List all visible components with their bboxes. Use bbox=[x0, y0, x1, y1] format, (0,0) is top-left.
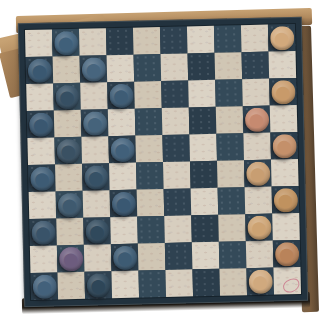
square-b2[interactable] bbox=[53, 56, 81, 84]
navy-man-glyph: ● bbox=[90, 273, 106, 297]
square-c5[interactable] bbox=[81, 136, 109, 164]
navy-man-glyph: ● bbox=[89, 219, 105, 243]
wood-man-glyph: ● bbox=[275, 80, 291, 104]
navy-man-glyph: ● bbox=[36, 274, 52, 298]
square-f7[interactable] bbox=[164, 188, 192, 216]
piece-navy-a10[interactable]: ● bbox=[32, 274, 57, 299]
piece-navy-a8[interactable]: ● bbox=[31, 220, 56, 245]
square-a1[interactable] bbox=[25, 29, 53, 57]
square-c4[interactable]: ● bbox=[81, 109, 109, 137]
square-j1[interactable]: ● bbox=[268, 24, 296, 52]
square-c7[interactable] bbox=[83, 190, 111, 218]
piece-navy-a4[interactable]: ● bbox=[28, 112, 53, 137]
piece-navy-c6[interactable]: ● bbox=[84, 165, 109, 190]
square-a2[interactable]: ● bbox=[26, 56, 54, 84]
piece-navy-d7[interactable]: ● bbox=[111, 191, 136, 216]
square-h6[interactable] bbox=[217, 160, 245, 188]
square-e7[interactable] bbox=[137, 189, 165, 217]
square-g5[interactable] bbox=[189, 134, 217, 162]
square-h4[interactable] bbox=[216, 106, 244, 134]
piece-wood-j9[interactable]: ● bbox=[274, 241, 299, 266]
square-g8[interactable] bbox=[191, 215, 219, 243]
square-a3[interactable] bbox=[26, 83, 54, 111]
square-f8[interactable] bbox=[164, 215, 192, 243]
square-j5[interactable]: ● bbox=[270, 132, 298, 160]
square-a8[interactable]: ● bbox=[29, 218, 57, 246]
wood-man-glyph: ● bbox=[276, 134, 292, 158]
piece-navy-a6[interactable]: ● bbox=[30, 166, 55, 191]
square-f1[interactable] bbox=[160, 26, 188, 54]
navy-man-glyph: ● bbox=[115, 191, 131, 215]
square-b6[interactable] bbox=[55, 164, 83, 192]
navy-man-glyph: ● bbox=[35, 220, 51, 244]
piece-navy-d3[interactable]: ● bbox=[109, 83, 134, 108]
navy-man-glyph: ● bbox=[59, 84, 75, 108]
square-h2[interactable] bbox=[215, 52, 243, 80]
square-i9[interactable] bbox=[246, 241, 274, 269]
piece-navy-c4[interactable]: ● bbox=[82, 111, 107, 136]
square-g4[interactable] bbox=[189, 107, 217, 135]
piece-navy-b7[interactable]: ● bbox=[57, 192, 82, 217]
square-d2[interactable] bbox=[107, 55, 135, 83]
piece-purple-b9[interactable]: ● bbox=[58, 246, 83, 271]
square-g1[interactable] bbox=[187, 26, 215, 54]
navy-man-glyph: ● bbox=[61, 192, 77, 216]
square-b9[interactable]: ● bbox=[57, 245, 85, 273]
square-i7[interactable] bbox=[245, 187, 273, 215]
wood-man-glyph: ● bbox=[277, 188, 293, 212]
square-b5[interactable]: ● bbox=[54, 137, 82, 165]
piece-navy-c10[interactable]: ● bbox=[86, 273, 111, 298]
square-e1[interactable] bbox=[133, 27, 161, 55]
square-j2[interactable] bbox=[269, 51, 297, 79]
square-e2[interactable] bbox=[134, 54, 162, 82]
square-e10[interactable] bbox=[138, 270, 166, 298]
square-j9[interactable]: ● bbox=[273, 240, 301, 268]
square-a4[interactable]: ● bbox=[27, 110, 55, 138]
square-a5[interactable] bbox=[27, 137, 55, 165]
square-g7[interactable] bbox=[191, 188, 219, 216]
square-g3[interactable] bbox=[188, 80, 216, 108]
square-h8[interactable] bbox=[218, 214, 246, 242]
square-f2[interactable] bbox=[161, 53, 189, 81]
navy-man-glyph: ● bbox=[60, 138, 76, 162]
square-a9[interactable] bbox=[30, 245, 58, 273]
piece-wood-j1[interactable]: ● bbox=[269, 26, 294, 51]
square-b10[interactable] bbox=[57, 272, 85, 300]
square-c6[interactable]: ● bbox=[82, 163, 110, 191]
square-c9[interactable] bbox=[84, 244, 112, 272]
square-h7[interactable] bbox=[218, 187, 246, 215]
square-f3[interactable] bbox=[161, 80, 189, 108]
square-g9[interactable] bbox=[192, 242, 220, 270]
piece-wood-j7[interactable]: ● bbox=[273, 187, 298, 212]
square-i10[interactable]: ● bbox=[246, 268, 274, 296]
navy-man-glyph: ● bbox=[114, 137, 130, 161]
square-c10[interactable]: ● bbox=[84, 271, 112, 299]
piece-wood-i6[interactable]: ● bbox=[246, 161, 271, 186]
square-f4[interactable] bbox=[162, 107, 190, 135]
square-e8[interactable] bbox=[137, 216, 165, 244]
square-h3[interactable] bbox=[215, 79, 243, 107]
square-e5[interactable] bbox=[135, 135, 163, 163]
square-h9[interactable] bbox=[219, 241, 247, 269]
square-h5[interactable] bbox=[216, 133, 244, 161]
square-i1[interactable] bbox=[241, 25, 269, 53]
square-j4[interactable] bbox=[270, 105, 298, 133]
square-b4[interactable] bbox=[54, 110, 82, 138]
navy-man-glyph: ● bbox=[88, 165, 104, 189]
square-i6[interactable]: ● bbox=[244, 160, 272, 188]
piece-navy-c2[interactable]: ● bbox=[81, 57, 106, 82]
square-d6[interactable] bbox=[109, 163, 137, 191]
draughts-board: ●●●●●●●●●●●●●●●●●●●●●●●●●●●● bbox=[18, 17, 308, 307]
navy-man-glyph: ● bbox=[113, 83, 129, 107]
piece-wood-i10[interactable]: ● bbox=[248, 269, 273, 294]
navy-man-glyph: ● bbox=[85, 57, 101, 81]
square-c1[interactable] bbox=[79, 28, 107, 56]
square-j6[interactable] bbox=[271, 159, 299, 187]
square-d3[interactable]: ● bbox=[107, 82, 135, 110]
piece-wood-i4[interactable]: ● bbox=[244, 107, 269, 132]
piece-wood-i8[interactable]: ● bbox=[247, 215, 272, 240]
wood-man-glyph: ● bbox=[278, 242, 294, 266]
square-d10[interactable] bbox=[111, 271, 139, 299]
square-e3[interactable] bbox=[134, 81, 162, 109]
square-b3[interactable]: ● bbox=[53, 83, 81, 111]
square-i4[interactable]: ● bbox=[243, 106, 271, 134]
square-c3[interactable] bbox=[80, 82, 108, 110]
square-h10[interactable] bbox=[219, 268, 247, 296]
square-h1[interactable] bbox=[214, 25, 242, 53]
navy-man-glyph: ● bbox=[58, 31, 74, 55]
wood-man-glyph: ● bbox=[274, 26, 290, 50]
square-b8[interactable] bbox=[56, 218, 84, 246]
square-d5[interactable]: ● bbox=[108, 136, 136, 164]
piece-wood-j5[interactable]: ● bbox=[272, 133, 297, 158]
square-c2[interactable]: ● bbox=[80, 55, 108, 83]
square-f6[interactable] bbox=[163, 161, 191, 189]
square-b1[interactable]: ● bbox=[52, 29, 80, 57]
navy-man-glyph: ● bbox=[34, 166, 50, 190]
square-e9[interactable] bbox=[138, 243, 166, 271]
square-i5[interactable] bbox=[243, 133, 271, 161]
piece-navy-d5[interactable]: ● bbox=[110, 137, 135, 162]
wood-man-glyph: ● bbox=[248, 107, 264, 131]
wood-man-glyph: ● bbox=[251, 215, 267, 239]
square-f9[interactable] bbox=[165, 242, 193, 270]
square-f5[interactable] bbox=[162, 134, 190, 162]
square-g10[interactable] bbox=[192, 269, 220, 297]
square-j3[interactable]: ● bbox=[269, 78, 297, 106]
square-j7[interactable]: ● bbox=[272, 186, 300, 214]
navy-man-glyph: ● bbox=[32, 112, 48, 136]
purple-man-glyph: ● bbox=[63, 246, 79, 270]
navy-man-glyph: ● bbox=[31, 58, 47, 82]
piece-navy-b1[interactable]: ● bbox=[53, 30, 78, 55]
piece-navy-b5[interactable]: ● bbox=[56, 138, 81, 163]
square-d4[interactable] bbox=[108, 109, 136, 137]
square-e4[interactable] bbox=[135, 108, 163, 136]
square-d9[interactable]: ● bbox=[111, 244, 139, 272]
square-i3[interactable] bbox=[242, 79, 270, 107]
square-g2[interactable] bbox=[188, 53, 216, 81]
square-i2[interactable] bbox=[242, 52, 270, 80]
square-a6[interactable]: ● bbox=[28, 164, 56, 192]
wood-man-glyph: ● bbox=[252, 269, 268, 293]
square-b7[interactable]: ● bbox=[56, 191, 84, 219]
navy-man-glyph: ● bbox=[117, 245, 133, 269]
photo-background: { "game": "checkers-draughts", "scene_de… bbox=[0, 0, 332, 332]
square-i8[interactable]: ● bbox=[245, 214, 273, 242]
square-g6[interactable] bbox=[190, 161, 218, 189]
board-grid: ●●●●●●●●●●●●●●●●●●●●●●●●●●●● bbox=[25, 24, 301, 300]
navy-man-glyph: ● bbox=[86, 111, 102, 135]
piece-wood-j3[interactable]: ● bbox=[271, 79, 296, 104]
square-d1[interactable] bbox=[106, 28, 134, 56]
square-a7[interactable] bbox=[29, 191, 57, 219]
wood-man-glyph: ● bbox=[250, 161, 266, 185]
square-a10[interactable]: ● bbox=[30, 272, 58, 300]
piece-navy-d9[interactable]: ● bbox=[112, 245, 137, 270]
square-f10[interactable] bbox=[165, 269, 193, 297]
piece-navy-b3[interactable]: ● bbox=[55, 84, 80, 109]
square-d8[interactable] bbox=[110, 217, 138, 245]
square-j8[interactable] bbox=[272, 213, 300, 241]
square-e6[interactable] bbox=[136, 162, 164, 190]
piece-navy-a2[interactable]: ● bbox=[27, 58, 52, 83]
piece-navy-c8[interactable]: ● bbox=[85, 219, 110, 244]
square-d7[interactable]: ● bbox=[110, 190, 138, 218]
square-c8[interactable]: ● bbox=[83, 217, 111, 245]
